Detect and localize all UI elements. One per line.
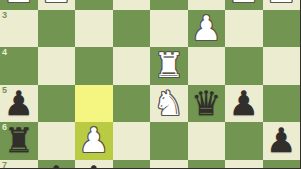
square-a2[interactable]: ♟ xyxy=(263,0,301,10)
square-a5[interactable] xyxy=(263,85,301,123)
square-b6[interactable] xyxy=(225,122,263,160)
square-c7[interactable] xyxy=(188,160,226,169)
square-e4[interactable] xyxy=(113,47,151,85)
square-h4[interactable]: 4 xyxy=(0,47,38,85)
rank-label-7: 7 xyxy=(2,161,7,169)
square-g3[interactable] xyxy=(38,10,76,48)
black-pawn[interactable]: ♟ xyxy=(4,85,34,123)
square-c3[interactable]: ♟ xyxy=(188,10,226,48)
square-d4[interactable]: ♜ xyxy=(150,47,188,85)
square-b2[interactable]: ♟ xyxy=(225,0,263,10)
square-c4[interactable] xyxy=(188,47,226,85)
white-pawn[interactable]: ♟ xyxy=(266,0,296,10)
square-a4[interactable] xyxy=(263,47,301,85)
square-g2[interactable]: ♟ xyxy=(38,0,76,10)
white-pawn[interactable]: ♟ xyxy=(191,10,221,48)
rank-label-6: 6 xyxy=(2,123,7,132)
white-pawn[interactable]: ♟ xyxy=(229,0,259,10)
square-d5[interactable]: ♞ xyxy=(150,85,188,123)
white-pawn[interactable]: ♟ xyxy=(41,0,71,10)
square-f7[interactable]: ♟ xyxy=(75,160,113,169)
square-f4[interactable] xyxy=(75,47,113,85)
black-pawn[interactable]: ♟ xyxy=(79,160,109,169)
square-f6[interactable]: ♟ xyxy=(75,122,113,160)
square-e2[interactable] xyxy=(113,0,151,10)
square-b5[interactable]: ♟ xyxy=(225,85,263,123)
square-a3[interactable] xyxy=(263,10,301,48)
square-b7[interactable] xyxy=(225,160,263,169)
black-pawn[interactable]: ♟ xyxy=(229,85,259,123)
square-b3[interactable] xyxy=(225,10,263,48)
white-pawn[interactable]: ♟ xyxy=(79,122,109,160)
white-rook[interactable]: ♜ xyxy=(154,47,184,85)
square-d3[interactable] xyxy=(150,10,188,48)
square-a6[interactable]: ♟ xyxy=(263,122,301,160)
square-d6[interactable] xyxy=(150,122,188,160)
square-e3[interactable] xyxy=(113,10,151,48)
square-a7[interactable] xyxy=(263,160,301,169)
square-g5[interactable] xyxy=(38,85,76,123)
black-queen[interactable]: ♛ xyxy=(191,85,221,123)
rank-label-3: 3 xyxy=(2,11,7,20)
square-c6[interactable] xyxy=(188,122,226,160)
chess-board-grid: ♟♟♟♟3♟4♜5♟♞♛♟6♜♟♟7♟♟ xyxy=(0,0,300,168)
square-b4[interactable] xyxy=(225,47,263,85)
square-e7[interactable] xyxy=(113,160,151,169)
square-h5[interactable]: 5♟ xyxy=(0,85,38,123)
black-pawn[interactable]: ♟ xyxy=(266,122,296,160)
square-d2[interactable] xyxy=(150,0,188,10)
white-pawn[interactable]: ♟ xyxy=(4,0,34,10)
square-d7[interactable] xyxy=(150,160,188,169)
rank-label-5: 5 xyxy=(2,86,7,95)
white-knight[interactable]: ♞ xyxy=(154,85,184,123)
square-g4[interactable] xyxy=(38,47,76,85)
rank-label-4: 4 xyxy=(2,48,7,57)
square-c5[interactable]: ♛ xyxy=(188,85,226,123)
square-f5[interactable] xyxy=(75,85,113,123)
square-f3[interactable] xyxy=(75,10,113,48)
black-rook[interactable]: ♜ xyxy=(4,122,34,160)
square-h3[interactable]: 3 xyxy=(0,10,38,48)
square-g6[interactable] xyxy=(38,122,76,160)
square-e6[interactable] xyxy=(113,122,151,160)
square-g7[interactable]: ♟ xyxy=(38,160,76,169)
square-h2[interactable]: ♟ xyxy=(0,0,38,10)
square-h7[interactable]: 7 xyxy=(0,160,38,169)
black-pawn[interactable]: ♟ xyxy=(41,160,71,169)
square-h6[interactable]: 6♜ xyxy=(0,122,38,160)
square-f2[interactable] xyxy=(75,0,113,10)
square-e5[interactable] xyxy=(113,85,151,123)
chess-board-viewport: ♟♟♟♟3♟4♜5♟♞♛♟6♜♟♟7♟♟ xyxy=(0,0,300,168)
